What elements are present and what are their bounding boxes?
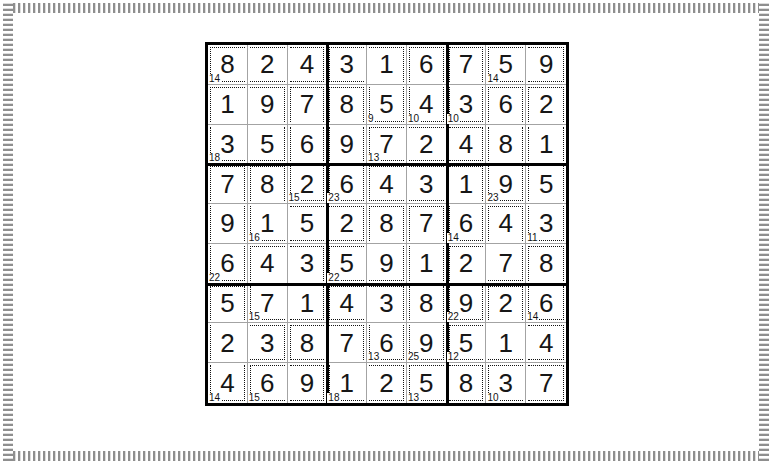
cell-digit: 9 — [339, 131, 353, 157]
cell-digit: 7 — [220, 171, 234, 197]
cell-r4c8[interactable]: 923 — [486, 164, 526, 204]
cell-digit: 7 — [539, 370, 553, 396]
cage-sum-label: 11 — [526, 233, 538, 243]
cell-digit: 6 — [459, 210, 473, 236]
cell-r6c1[interactable]: 622 — [208, 244, 248, 284]
cell-digit: 7 — [499, 250, 513, 276]
cage-sum-label: 13 — [407, 393, 420, 403]
cell-r1c4[interactable]: 3 — [327, 45, 367, 85]
cell-r5c5[interactable]: 8 — [367, 204, 407, 244]
cage-sum-label: 15 — [248, 393, 261, 403]
cell-digit: 3 — [379, 290, 393, 316]
cell-r3c3[interactable]: 6 — [288, 125, 328, 165]
cell-r1c2[interactable]: 2 — [248, 45, 288, 85]
cell-digit: 9 — [379, 250, 393, 276]
cage-sum-label: 14 — [447, 233, 460, 243]
cell-digit: 3 — [300, 250, 314, 276]
cell-r7c8[interactable]: 2 — [486, 284, 526, 324]
cage-sum-label: 23 — [486, 193, 499, 203]
cell-r9c4[interactable]: 118 — [327, 363, 367, 403]
cell-digit: 8 — [539, 250, 553, 276]
cell-r2c4[interactable]: 8 — [327, 85, 367, 125]
cell-digit: 9 — [220, 210, 234, 236]
cell-digit: 1 — [300, 290, 314, 316]
cell-digit: 3 — [419, 171, 433, 197]
cell-digit: 3 — [499, 370, 513, 396]
cell-digit: 6 — [499, 91, 513, 117]
cell-digit: 1 — [419, 250, 433, 276]
cell-digit: 9 — [419, 330, 433, 356]
cell-r4c2[interactable]: 8 — [248, 164, 288, 204]
cell-r3c7[interactable]: 4 — [447, 125, 487, 165]
cell-digit: 9 — [539, 51, 553, 77]
cell-digit: 4 — [260, 250, 274, 276]
cell-digit: 5 — [419, 370, 433, 396]
cell-digit: 8 — [300, 330, 314, 356]
cell-r5c2[interactable]: 116 — [248, 204, 288, 244]
cell-r7c6[interactable]: 8 — [407, 284, 447, 324]
cell-digit: 4 — [459, 131, 473, 157]
cell-r9c3[interactable]: 9 — [288, 363, 328, 403]
cell-r7c5[interactable]: 3 — [367, 284, 407, 324]
cell-digit: 6 — [220, 250, 234, 276]
cell-r8c2[interactable]: 3 — [248, 323, 288, 363]
cell-r9c5[interactable]: 2 — [367, 363, 407, 403]
cell-r2c2[interactable]: 9 — [248, 85, 288, 125]
cell-digit: 7 — [260, 290, 274, 316]
cage-sum-label: 10 — [486, 393, 499, 403]
cell-digit: 4 — [300, 51, 314, 77]
cell-r5c4[interactable]: 2 — [327, 204, 367, 244]
page: 8142431675149197859410310623185697132481… — [0, 0, 772, 464]
cell-r8c5[interactable]: 613 — [367, 323, 407, 363]
cell-digit: 9 — [260, 91, 274, 117]
cell-digit: 3 — [220, 131, 234, 157]
cell-r5c3[interactable]: 5 — [288, 204, 328, 244]
cell-r2c1[interactable]: 1 — [208, 85, 248, 125]
cage-sum-label: 13 — [367, 352, 380, 362]
cage-sum-label: 14 — [208, 393, 221, 403]
cell-digit: 7 — [459, 51, 473, 77]
cell-digit: 8 — [339, 91, 353, 117]
cell-digit: 2 — [419, 131, 433, 157]
cell-digit: 8 — [419, 290, 433, 316]
cell-digit: 1 — [379, 51, 393, 77]
cell-digit: 7 — [379, 131, 393, 157]
cell-r3c9[interactable]: 1 — [526, 125, 566, 165]
cell-digit: 2 — [379, 370, 393, 396]
cage-sum-label: 10 — [447, 114, 460, 124]
cell-digit: 5 — [379, 91, 393, 117]
cell-r5c1[interactable]: 9 — [208, 204, 248, 244]
cell-digit: 1 — [499, 330, 513, 356]
sudoku-grid: 8142431675149197859410310623185697132481… — [208, 45, 566, 403]
cell-digit: 8 — [499, 131, 513, 157]
cell-digit: 2 — [220, 330, 234, 356]
cell-digit: 6 — [419, 51, 433, 77]
cage-sum-label: 23 — [327, 193, 340, 203]
cell-r4c9[interactable]: 5 — [526, 164, 566, 204]
cage-sum-label: 14 — [526, 312, 539, 322]
killer-sudoku-board: 8142431675149197859410310623185697132481… — [205, 42, 569, 406]
cell-r2c7[interactable]: 310 — [447, 85, 487, 125]
cell-digit: 6 — [300, 131, 314, 157]
cell-r9c2[interactable]: 615 — [248, 363, 288, 403]
cell-digit: 5 — [220, 290, 234, 316]
cell-r1c9[interactable]: 9 — [526, 45, 566, 85]
cell-digit: 9 — [499, 171, 513, 197]
cell-r6c2[interactable]: 4 — [248, 244, 288, 284]
cell-r2c6[interactable]: 410 — [407, 85, 447, 125]
cell-r6c7[interactable]: 2 — [447, 244, 487, 284]
cell-digit: 6 — [339, 171, 353, 197]
cell-r8c4[interactable]: 7 — [327, 323, 367, 363]
frame-tick-border-top — [3, 3, 769, 13]
frame-tick-border-left — [3, 3, 13, 461]
cell-digit: 9 — [300, 370, 314, 396]
cage-sum-label: 22 — [327, 273, 340, 283]
cell-r4c1[interactable]: 7 — [208, 164, 248, 204]
cell-digit: 7 — [339, 330, 353, 356]
cell-digit: 2 — [260, 51, 274, 77]
cell-digit: 4 — [539, 330, 553, 356]
cell-digit: 2 — [300, 171, 314, 197]
cell-digit: 1 — [260, 210, 274, 236]
cell-digit: 1 — [459, 171, 473, 197]
cell-digit: 5 — [499, 51, 513, 77]
cage-sum-label: 22 — [208, 273, 221, 283]
cell-digit: 8 — [379, 210, 393, 236]
cell-r5c7[interactable]: 614 — [447, 204, 487, 244]
cell-digit: 8 — [459, 370, 473, 396]
cell-digit: 2 — [459, 250, 473, 276]
cell-digit: 4 — [379, 171, 393, 197]
cell-digit: 4 — [419, 91, 433, 117]
cell-r4c5[interactable]: 4 — [367, 164, 407, 204]
cell-r9c8[interactable]: 310 — [486, 363, 526, 403]
cage-sum-label: 15 — [248, 312, 261, 322]
cell-r5c8[interactable]: 4 — [486, 204, 526, 244]
cell-digit: 3 — [459, 91, 473, 117]
cage-sum-label: 15 — [288, 193, 301, 203]
cell-r9c7[interactable]: 8 — [447, 363, 487, 403]
cell-digit: 2 — [539, 91, 553, 117]
cell-r8c8[interactable]: 1 — [486, 323, 526, 363]
cell-digit: 8 — [220, 51, 234, 77]
cell-digit: 1 — [539, 131, 553, 157]
cage-sum-label: 14 — [208, 74, 221, 84]
cage-sum-label: 9 — [367, 114, 375, 124]
cell-digit: 2 — [339, 210, 353, 236]
cell-r1c1[interactable]: 814 — [208, 45, 248, 85]
cell-r2c8[interactable]: 6 — [486, 85, 526, 125]
frame-tick-border-bottom — [3, 451, 769, 461]
cell-r3c1[interactable]: 318 — [208, 125, 248, 165]
cell-r3c2[interactable]: 5 — [248, 125, 288, 165]
cell-digit: 5 — [260, 131, 274, 157]
cell-r9c1[interactable]: 414 — [208, 363, 248, 403]
cell-r4c7[interactable]: 1 — [447, 164, 487, 204]
cell-r7c7[interactable]: 922 — [447, 284, 487, 324]
cage-sum-label: 12 — [447, 352, 460, 362]
cell-r1c5[interactable]: 1 — [367, 45, 407, 85]
cell-r3c4[interactable]: 9 — [327, 125, 367, 165]
cell-digit: 3 — [339, 51, 353, 77]
cell-r3c5[interactable]: 713 — [367, 125, 407, 165]
cell-digit: 3 — [260, 330, 274, 356]
cell-r1c7[interactable]: 7 — [447, 45, 487, 85]
cell-r6c4[interactable]: 522 — [327, 244, 367, 284]
cell-r6c5[interactable]: 9 — [367, 244, 407, 284]
cell-digit: 7 — [300, 91, 314, 117]
cell-r1c6[interactable]: 6 — [407, 45, 447, 85]
cell-digit: 9 — [459, 290, 473, 316]
cell-r7c4[interactable]: 4 — [327, 284, 367, 324]
cell-r8c9[interactable]: 4 — [526, 323, 566, 363]
cell-r7c9[interactable]: 614 — [526, 284, 566, 324]
cell-r6c9[interactable]: 8 — [526, 244, 566, 284]
cell-r8c7[interactable]: 512 — [447, 323, 487, 363]
cell-digit: 6 — [379, 330, 393, 356]
cage-sum-label: 25 — [407, 352, 420, 362]
cage-sum-label: 10 — [407, 114, 420, 124]
cell-digit: 5 — [339, 250, 353, 276]
frame-tick-border-right — [759, 3, 769, 461]
cell-r5c9[interactable]: 311 — [526, 204, 566, 244]
cell-r3c8[interactable]: 8 — [486, 125, 526, 165]
cell-digit: 5 — [539, 171, 553, 197]
cell-digit: 7 — [419, 210, 433, 236]
cell-r9c9[interactable]: 7 — [526, 363, 566, 403]
cage-sum-label: 14 — [486, 74, 499, 84]
cell-r8c3[interactable]: 8 — [288, 323, 328, 363]
cell-r7c2[interactable]: 715 — [248, 284, 288, 324]
cage-sum-label: 22 — [447, 312, 460, 322]
cell-r3c6[interactable]: 2 — [407, 125, 447, 165]
cage-sum-label: 18 — [327, 393, 340, 403]
cell-r1c8[interactable]: 514 — [486, 45, 526, 85]
cell-r9c6[interactable]: 513 — [407, 363, 447, 403]
cage-sum-label: 18 — [208, 153, 221, 163]
cage-sum-label: 13 — [367, 153, 380, 163]
cell-r2c9[interactable]: 2 — [526, 85, 566, 125]
cell-r6c6[interactable]: 1 — [407, 244, 447, 284]
cell-digit: 8 — [260, 171, 274, 197]
cell-r1c3[interactable]: 4 — [288, 45, 328, 85]
cell-digit: 5 — [459, 330, 473, 356]
cell-digit: 1 — [220, 91, 234, 117]
cell-r5c6[interactable]: 7 — [407, 204, 447, 244]
cell-r7c1[interactable]: 5 — [208, 284, 248, 324]
cell-r4c3[interactable]: 215 — [288, 164, 328, 204]
cell-digit: 6 — [260, 370, 274, 396]
cell-digit: 4 — [499, 210, 513, 236]
cell-digit: 5 — [300, 210, 314, 236]
cell-r8c6[interactable]: 925 — [407, 323, 447, 363]
cell-r4c4[interactable]: 623 — [327, 164, 367, 204]
cell-r4c6[interactable]: 3 — [407, 164, 447, 204]
cell-digit: 6 — [539, 290, 553, 316]
cell-r2c5[interactable]: 59 — [367, 85, 407, 125]
cell-r6c8[interactable]: 7 — [486, 244, 526, 284]
cell-digit: 4 — [220, 370, 234, 396]
cell-digit: 4 — [339, 290, 353, 316]
cell-r7c3[interactable]: 1 — [288, 284, 328, 324]
cage-sum-label: 16 — [248, 233, 261, 243]
cell-r6c3[interactable]: 3 — [288, 244, 328, 284]
cell-digit: 2 — [499, 290, 513, 316]
cell-digit: 3 — [539, 210, 553, 236]
cell-r2c3[interactable]: 7 — [288, 85, 328, 125]
cell-digit: 1 — [339, 370, 353, 396]
cell-r8c1[interactable]: 2 — [208, 323, 248, 363]
